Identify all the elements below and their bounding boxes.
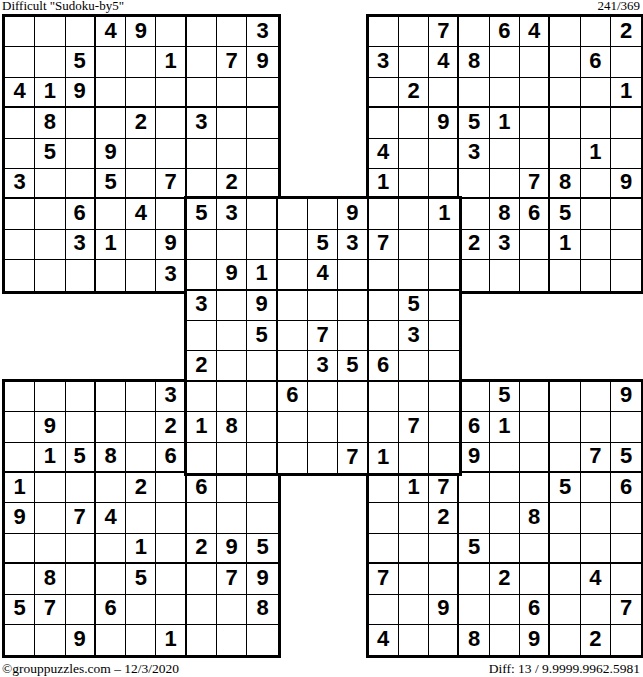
cell-r1c13[interactable] bbox=[399, 47, 429, 77]
cell-r0c5[interactable] bbox=[156, 17, 186, 47]
cell-r16c14: 2 bbox=[429, 503, 459, 533]
cell-r3c19[interactable] bbox=[581, 108, 611, 138]
given-digit: 5 bbox=[104, 171, 116, 193]
cell-r19c4[interactable] bbox=[126, 595, 156, 625]
cell-r19c7[interactable] bbox=[217, 595, 247, 625]
cell-r3c12[interactable] bbox=[369, 108, 399, 138]
given-digit: 5 bbox=[14, 597, 26, 619]
cell-r4c2[interactable] bbox=[66, 139, 96, 169]
cell-r4c18[interactable] bbox=[550, 139, 580, 169]
cell-r17c2[interactable] bbox=[66, 534, 96, 564]
cell-r8c0[interactable] bbox=[5, 260, 35, 290]
cell-r8c20[interactable] bbox=[611, 260, 641, 290]
cell-r19c2[interactable] bbox=[66, 595, 96, 625]
cell-r0c7[interactable] bbox=[217, 17, 247, 47]
cell-r16c7[interactable] bbox=[217, 503, 247, 533]
cell-r5c2[interactable] bbox=[66, 169, 96, 199]
header: Difficult "Sudoku-by5" 241/369 bbox=[2, 0, 640, 13]
cell-r3c0[interactable] bbox=[5, 108, 35, 138]
cell-r13c17[interactable] bbox=[520, 412, 550, 442]
cell-r7c6[interactable] bbox=[187, 230, 217, 260]
cell-r8c6[interactable] bbox=[187, 260, 217, 290]
cell-r16c8[interactable] bbox=[247, 503, 277, 533]
cell-r17c1[interactable] bbox=[35, 534, 65, 564]
cell-r12c2[interactable] bbox=[66, 382, 96, 412]
cell-r13c2[interactable] bbox=[66, 412, 96, 442]
cell-r14c14[interactable] bbox=[429, 443, 459, 473]
cell-r14c9[interactable] bbox=[278, 443, 308, 473]
cell-r2c18[interactable] bbox=[550, 78, 580, 108]
cell-r4c20[interactable] bbox=[611, 139, 641, 169]
cell-r14c6[interactable] bbox=[187, 443, 217, 473]
cell-r16c18[interactable] bbox=[550, 503, 580, 533]
cell-r18c18[interactable] bbox=[550, 564, 580, 594]
cell-r7c20[interactable] bbox=[611, 230, 641, 260]
cell-r4c15: 3 bbox=[459, 139, 489, 169]
cell-r6c1[interactable] bbox=[35, 199, 65, 229]
cell-r13c0[interactable] bbox=[5, 412, 35, 442]
cell-r0c15[interactable] bbox=[459, 17, 489, 47]
cell-r4c4[interactable] bbox=[126, 139, 156, 169]
cell-r12c7[interactable] bbox=[217, 382, 247, 412]
cell-r16c12[interactable] bbox=[369, 503, 399, 533]
cell-r4c16[interactable] bbox=[490, 139, 520, 169]
cell-r20c1[interactable] bbox=[35, 625, 65, 655]
cell-r9c14[interactable] bbox=[429, 291, 459, 321]
cell-r13c3[interactable] bbox=[96, 412, 126, 442]
cell-r12c12[interactable] bbox=[369, 382, 399, 412]
cell-r0c2[interactable] bbox=[66, 17, 96, 47]
cell-r2c17[interactable] bbox=[520, 78, 550, 108]
cell-r13c18[interactable] bbox=[550, 412, 580, 442]
cell-r4c5[interactable] bbox=[156, 139, 186, 169]
given-digit: 9 bbox=[135, 20, 147, 42]
page-title: Difficult "Sudoku-by5" bbox=[2, 0, 124, 13]
cell-r12c14[interactable] bbox=[429, 382, 459, 412]
cell-r13c14[interactable] bbox=[429, 412, 459, 442]
cell-r5c14[interactable] bbox=[429, 169, 459, 199]
cell-r10c11[interactable] bbox=[338, 321, 368, 351]
cell-r3c4: 2 bbox=[126, 108, 156, 138]
given-digit: 4 bbox=[104, 20, 116, 42]
cell-r19c15[interactable] bbox=[459, 595, 489, 625]
cell-r8c3[interactable] bbox=[96, 260, 126, 290]
cell-r18c13[interactable] bbox=[399, 564, 429, 594]
cell-r17c14[interactable] bbox=[429, 534, 459, 564]
cell-r5c8[interactable] bbox=[247, 169, 277, 199]
given-digit: 6 bbox=[286, 384, 298, 406]
cell-r10c9[interactable] bbox=[278, 321, 308, 351]
cell-r2c3[interactable] bbox=[96, 78, 126, 108]
cell-r20c12: 4 bbox=[369, 625, 399, 655]
cell-r4c0[interactable] bbox=[5, 139, 35, 169]
cell-r17c3[interactable] bbox=[96, 534, 126, 564]
cell-r20c7[interactable] bbox=[217, 625, 247, 655]
cell-r12c18[interactable] bbox=[550, 382, 580, 412]
cell-r2c13: 2 bbox=[399, 78, 429, 108]
given-digit: 9 bbox=[437, 111, 449, 133]
cell-r7c13[interactable] bbox=[399, 230, 429, 260]
cell-r6c12[interactable] bbox=[369, 199, 399, 229]
cell-r15c2[interactable] bbox=[66, 473, 96, 503]
cell-r0c17: 4 bbox=[520, 17, 550, 47]
cell-r10c6[interactable] bbox=[187, 321, 217, 351]
cell-r17c4: 1 bbox=[126, 534, 156, 564]
cell-r20c18[interactable] bbox=[550, 625, 580, 655]
cell-r0c12[interactable] bbox=[369, 17, 399, 47]
cell-r19c6[interactable] bbox=[187, 595, 217, 625]
given-digit: 6 bbox=[589, 50, 601, 72]
cell-r5c1[interactable] bbox=[35, 169, 65, 199]
cell-r20c20[interactable] bbox=[611, 625, 641, 655]
cell-r16c17: 8 bbox=[520, 503, 550, 533]
cell-r10c13: 3 bbox=[399, 321, 429, 351]
cell-r13c20[interactable] bbox=[611, 412, 641, 442]
cell-r19c18[interactable] bbox=[550, 595, 580, 625]
cell-r12c17[interactable] bbox=[520, 382, 550, 412]
cell-r16c19[interactable] bbox=[581, 503, 611, 533]
cell-r17c20[interactable] bbox=[611, 534, 641, 564]
cell-r5c16[interactable] bbox=[490, 169, 520, 199]
given-digit: 3 bbox=[165, 263, 177, 285]
cell-r6c9[interactable] bbox=[278, 199, 308, 229]
cell-r9c7[interactable] bbox=[217, 291, 247, 321]
cell-r8c4[interactable] bbox=[126, 260, 156, 290]
cell-r12c19[interactable] bbox=[581, 382, 611, 412]
cell-r12c1[interactable] bbox=[35, 382, 65, 412]
cell-r20c4[interactable] bbox=[126, 625, 156, 655]
cell-r16c6[interactable] bbox=[187, 503, 217, 533]
cell-r15c12[interactable] bbox=[369, 473, 399, 503]
cell-r13c4[interactable] bbox=[126, 412, 156, 442]
cell-r19c12[interactable] bbox=[369, 595, 399, 625]
cell-r18c0[interactable] bbox=[5, 564, 35, 594]
cell-r18c7: 7 bbox=[217, 564, 247, 594]
cell-r12c4[interactable] bbox=[126, 382, 156, 412]
cell-r20c16[interactable] bbox=[490, 625, 520, 655]
cell-r6c10[interactable] bbox=[308, 199, 338, 229]
cell-r3c5[interactable] bbox=[156, 108, 186, 138]
cell-r10c14[interactable] bbox=[429, 321, 459, 351]
given-digit: 1 bbox=[14, 476, 26, 498]
cell-r1c0[interactable] bbox=[5, 47, 35, 77]
cell-r16c20[interactable] bbox=[611, 503, 641, 533]
cell-r5c18: 8 bbox=[550, 169, 580, 199]
cell-r3c7[interactable] bbox=[217, 108, 247, 138]
cell-r4c6[interactable] bbox=[187, 139, 217, 169]
given-digit: 4 bbox=[377, 141, 389, 163]
cell-r18c3[interactable] bbox=[96, 564, 126, 594]
cell-r14c18[interactable] bbox=[550, 443, 580, 473]
cell-r8c2[interactable] bbox=[66, 260, 96, 290]
cell-r1c1[interactable] bbox=[35, 47, 65, 77]
cell-r7c1[interactable] bbox=[35, 230, 65, 260]
given-digit: 7 bbox=[44, 597, 56, 619]
cell-r4c8[interactable] bbox=[247, 139, 277, 169]
cell-r12c8[interactable] bbox=[247, 382, 277, 412]
given-digit: 6 bbox=[74, 202, 86, 224]
cell-r7c17[interactable] bbox=[520, 230, 550, 260]
given-digit: 5 bbox=[620, 445, 632, 467]
cell-r2c16[interactable] bbox=[490, 78, 520, 108]
cell-r17c5[interactable] bbox=[156, 534, 186, 564]
cell-r12c3[interactable] bbox=[96, 382, 126, 412]
cell-r18c5[interactable] bbox=[156, 564, 186, 594]
given-digit: 6 bbox=[528, 597, 540, 619]
cell-r15c1[interactable] bbox=[35, 473, 65, 503]
cell-r17c18[interactable] bbox=[550, 534, 580, 564]
cell-r0c13[interactable] bbox=[399, 17, 429, 47]
cell-r18c19: 4 bbox=[581, 564, 611, 594]
cell-r7c7[interactable] bbox=[217, 230, 247, 260]
cell-r13c5: 2 bbox=[156, 412, 186, 442]
cell-r6c6: 5 bbox=[187, 199, 217, 229]
cell-r15c3[interactable] bbox=[96, 473, 126, 503]
cell-r5c13[interactable] bbox=[399, 169, 429, 199]
given-digit: 7 bbox=[346, 446, 358, 468]
cell-r2c5[interactable] bbox=[156, 78, 186, 108]
cell-r18c20[interactable] bbox=[611, 564, 641, 594]
cell-r6c8[interactable] bbox=[247, 199, 277, 229]
cell-r1c18[interactable] bbox=[550, 47, 580, 77]
cell-r9c12[interactable] bbox=[369, 291, 399, 321]
given-digit: 1 bbox=[44, 80, 56, 102]
cell-r7c14[interactable] bbox=[429, 230, 459, 260]
cell-r18c6[interactable] bbox=[187, 564, 217, 594]
cell-r1c3[interactable] bbox=[96, 47, 126, 77]
cell-r6c4: 4 bbox=[126, 199, 156, 229]
cell-r6c13[interactable] bbox=[399, 199, 429, 229]
cell-r5c7: 2 bbox=[217, 169, 247, 199]
cell-r5c4[interactable] bbox=[126, 169, 156, 199]
given-digit: 2 bbox=[437, 506, 449, 528]
cell-r1c8: 9 bbox=[247, 47, 277, 77]
cell-r17c7: 9 bbox=[217, 534, 247, 564]
cell-r20c2: 9 bbox=[66, 625, 96, 655]
cell-r20c19: 2 bbox=[581, 625, 611, 655]
cell-r11c9[interactable] bbox=[278, 351, 308, 381]
given-digit: 9 bbox=[528, 628, 540, 650]
cell-r20c13[interactable] bbox=[399, 625, 429, 655]
cell-r6c5[interactable] bbox=[156, 199, 186, 229]
cell-r17c17[interactable] bbox=[520, 534, 550, 564]
given-digit: 1 bbox=[498, 111, 510, 133]
cell-r19c19[interactable] bbox=[581, 595, 611, 625]
cell-r18c2[interactable] bbox=[66, 564, 96, 594]
cell-r12c13[interactable] bbox=[399, 382, 429, 412]
cell-r8c14[interactable] bbox=[429, 260, 459, 290]
given-digit: 1 bbox=[498, 415, 510, 437]
cell-r15c5[interactable] bbox=[156, 473, 186, 503]
cell-r18c14[interactable] bbox=[429, 564, 459, 594]
cell-r16c5[interactable] bbox=[156, 503, 186, 533]
cell-r7c0[interactable] bbox=[5, 230, 35, 260]
cell-r2c19[interactable] bbox=[581, 78, 611, 108]
cell-r9c11[interactable] bbox=[338, 291, 368, 321]
cell-r4c14[interactable] bbox=[429, 139, 459, 169]
cell-r16c1[interactable] bbox=[35, 503, 65, 533]
cell-r2c4[interactable] bbox=[126, 78, 156, 108]
cell-r18c15[interactable] bbox=[459, 564, 489, 594]
cell-r17c13[interactable] bbox=[399, 534, 429, 564]
cell-r4c7[interactable] bbox=[217, 139, 247, 169]
cell-r3c20[interactable] bbox=[611, 108, 641, 138]
cell-r3c17[interactable] bbox=[520, 108, 550, 138]
cell-r20c14[interactable] bbox=[429, 625, 459, 655]
cell-r2c12[interactable] bbox=[369, 78, 399, 108]
cell-r2c15[interactable] bbox=[459, 78, 489, 108]
cell-r12c6[interactable] bbox=[187, 382, 217, 412]
cell-r0c6[interactable] bbox=[187, 17, 217, 47]
cell-r11c8[interactable] bbox=[247, 351, 277, 381]
cell-r12c15[interactable] bbox=[459, 382, 489, 412]
given-digit: 6 bbox=[468, 415, 480, 437]
cell-r19c5[interactable] bbox=[156, 595, 186, 625]
cell-r6c19[interactable] bbox=[581, 199, 611, 229]
cell-r15c17[interactable] bbox=[520, 473, 550, 503]
cell-r4c1: 5 bbox=[35, 139, 65, 169]
cell-r8c1[interactable] bbox=[35, 260, 65, 290]
cell-r3c3[interactable] bbox=[96, 108, 126, 138]
cell-r19c13[interactable] bbox=[399, 595, 429, 625]
cell-r8c15[interactable] bbox=[459, 260, 489, 290]
cell-r0c1[interactable] bbox=[35, 17, 65, 47]
cell-r7c9[interactable] bbox=[278, 230, 308, 260]
cell-r2c14[interactable] bbox=[429, 78, 459, 108]
cell-r3c2[interactable] bbox=[66, 108, 96, 138]
cell-r13c12[interactable] bbox=[369, 412, 399, 442]
cell-r15c8[interactable] bbox=[247, 473, 277, 503]
given-digit: 4 bbox=[377, 628, 389, 650]
cell-r12c16: 5 bbox=[490, 382, 520, 412]
cell-r3c13[interactable] bbox=[399, 108, 429, 138]
cell-r15c16[interactable] bbox=[490, 473, 520, 503]
cell-r7c19[interactable] bbox=[581, 230, 611, 260]
cell-r8c11[interactable] bbox=[338, 260, 368, 290]
cell-r16c16[interactable] bbox=[490, 503, 520, 533]
cell-r19c16[interactable] bbox=[490, 595, 520, 625]
cell-r5c15[interactable] bbox=[459, 169, 489, 199]
cell-r0c0[interactable] bbox=[5, 17, 35, 47]
cell-r20c3[interactable] bbox=[96, 625, 126, 655]
cell-r15c19[interactable] bbox=[581, 473, 611, 503]
cell-r7c15: 2 bbox=[459, 230, 489, 260]
cell-r11c14[interactable] bbox=[429, 351, 459, 381]
cell-r14c10[interactable] bbox=[308, 443, 338, 473]
cell-r9c10[interactable] bbox=[308, 291, 338, 321]
cell-r18c17[interactable] bbox=[520, 564, 550, 594]
cell-r6c20[interactable] bbox=[611, 199, 641, 229]
cell-r11c7[interactable] bbox=[217, 351, 247, 381]
cell-r6c7: 3 bbox=[217, 199, 247, 229]
cell-r10c12[interactable] bbox=[369, 321, 399, 351]
given-digit: 5 bbox=[498, 384, 510, 406]
cell-r7c8[interactable] bbox=[247, 230, 277, 260]
cell-r7c3: 1 bbox=[96, 230, 126, 260]
given-digit: 4 bbox=[317, 262, 329, 284]
cell-r8c9[interactable] bbox=[278, 260, 308, 290]
cell-r10c7[interactable] bbox=[217, 321, 247, 351]
cell-r8c19[interactable] bbox=[581, 260, 611, 290]
cell-r6c3[interactable] bbox=[96, 199, 126, 229]
cell-r8c18[interactable] bbox=[550, 260, 580, 290]
given-digit: 2 bbox=[620, 20, 632, 42]
cell-r14c11: 7 bbox=[338, 443, 368, 473]
cell-r2c6[interactable] bbox=[187, 78, 217, 108]
cell-r16c13[interactable] bbox=[399, 503, 429, 533]
cell-r14c0[interactable] bbox=[5, 443, 35, 473]
cell-r20c8[interactable] bbox=[247, 625, 277, 655]
cell-r17c0[interactable] bbox=[5, 534, 35, 564]
cell-r20c6[interactable] bbox=[187, 625, 217, 655]
cell-r5c19[interactable] bbox=[581, 169, 611, 199]
cell-r14c7[interactable] bbox=[217, 443, 247, 473]
cell-r1c6[interactable] bbox=[187, 47, 217, 77]
cell-r14c8[interactable] bbox=[247, 443, 277, 473]
cell-r17c15: 5 bbox=[459, 534, 489, 564]
cell-r10c10: 7 bbox=[308, 321, 338, 351]
cell-r1c4[interactable] bbox=[126, 47, 156, 77]
cell-r2c7[interactable] bbox=[217, 78, 247, 108]
cell-r9c9[interactable] bbox=[278, 291, 308, 321]
cell-r6c0[interactable] bbox=[5, 199, 35, 229]
cell-r12c11[interactable] bbox=[338, 382, 368, 412]
cell-r17c16[interactable] bbox=[490, 534, 520, 564]
cell-r13c9[interactable] bbox=[278, 412, 308, 442]
cell-r14c17[interactable] bbox=[520, 443, 550, 473]
cell-r13c8[interactable] bbox=[247, 412, 277, 442]
cell-r13c10[interactable] bbox=[308, 412, 338, 442]
cell-r5c6[interactable] bbox=[187, 169, 217, 199]
cell-r8c16[interactable] bbox=[490, 260, 520, 290]
cell-r4c17[interactable] bbox=[520, 139, 550, 169]
cell-r9c8: 9 bbox=[247, 291, 277, 321]
cell-r14c16[interactable] bbox=[490, 443, 520, 473]
cell-r14c4[interactable] bbox=[126, 443, 156, 473]
cell-r7c4[interactable] bbox=[126, 230, 156, 260]
cell-r12c10[interactable] bbox=[308, 382, 338, 412]
cell-r15c15[interactable] bbox=[459, 473, 489, 503]
cell-r14c13[interactable] bbox=[399, 443, 429, 473]
cell-r12c0[interactable] bbox=[5, 382, 35, 412]
cell-r13c11[interactable] bbox=[338, 412, 368, 442]
cell-r11c13[interactable] bbox=[399, 351, 429, 381]
cell-r16c4[interactable] bbox=[126, 503, 156, 533]
cell-r13c19[interactable] bbox=[581, 412, 611, 442]
cell-r8c12[interactable] bbox=[369, 260, 399, 290]
cell-r0c19[interactable] bbox=[581, 17, 611, 47]
given-digit: 4 bbox=[135, 202, 147, 224]
cell-r2c8[interactable] bbox=[247, 78, 277, 108]
cell-r4c13[interactable] bbox=[399, 139, 429, 169]
cell-r6c15[interactable] bbox=[459, 199, 489, 229]
cell-r17c19[interactable] bbox=[581, 534, 611, 564]
cell-r20c0[interactable] bbox=[5, 625, 35, 655]
cell-r3c8[interactable] bbox=[247, 108, 277, 138]
cell-r3c18[interactable] bbox=[550, 108, 580, 138]
cell-r15c7[interactable] bbox=[217, 473, 247, 503]
cell-r13c1: 9 bbox=[35, 412, 65, 442]
cell-r16c15[interactable] bbox=[459, 503, 489, 533]
cell-r17c12[interactable] bbox=[369, 534, 399, 564]
cell-r1c20[interactable] bbox=[611, 47, 641, 77]
cell-r1c16[interactable] bbox=[490, 47, 520, 77]
given-digit: 1 bbox=[589, 141, 601, 163]
cell-r1c17[interactable] bbox=[520, 47, 550, 77]
cell-r0c18[interactable] bbox=[550, 17, 580, 47]
cell-r8c13[interactable] bbox=[399, 260, 429, 290]
cell-r8c17[interactable] bbox=[520, 260, 550, 290]
